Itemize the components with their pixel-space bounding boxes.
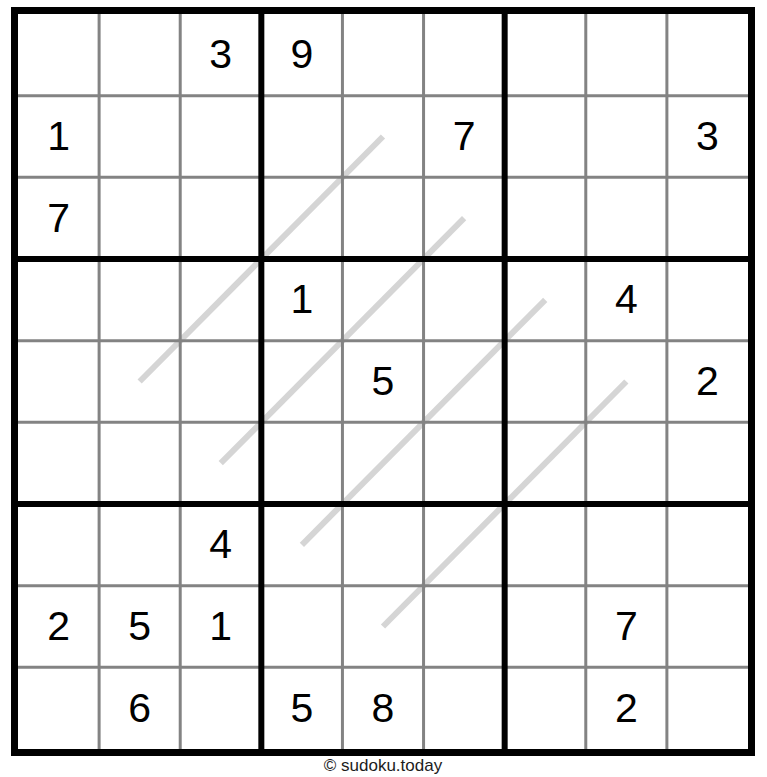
cell-r4c8[interactable]: 4 <box>586 259 667 341</box>
cell-r4c9[interactable] <box>667 259 748 341</box>
cell-r5c9[interactable]: 2 <box>667 341 748 423</box>
cell-r4c6[interactable] <box>424 259 505 341</box>
cell-r7c4[interactable] <box>261 504 342 586</box>
cell-r9c6[interactable] <box>424 667 505 749</box>
cell-r2c1[interactable]: 1 <box>18 96 99 178</box>
cell-r6c4[interactable] <box>261 422 342 504</box>
cell-r6c5[interactable] <box>342 422 423 504</box>
cell-r7c5[interactable] <box>342 504 423 586</box>
cell-r9c5[interactable]: 8 <box>342 667 423 749</box>
cell-r2c4[interactable] <box>261 96 342 178</box>
cell-r3c9[interactable] <box>667 177 748 259</box>
cell-r6c8[interactable] <box>586 422 667 504</box>
cell-r3c5[interactable] <box>342 177 423 259</box>
credit-text: © sudoku.today <box>11 756 755 776</box>
cell-r3c2[interactable] <box>99 177 180 259</box>
cell-r4c1[interactable] <box>18 259 99 341</box>
cell-r3c7[interactable] <box>505 177 586 259</box>
cell-r4c3[interactable] <box>180 259 261 341</box>
cell-r9c9[interactable] <box>667 667 748 749</box>
cell-r6c6[interactable] <box>424 422 505 504</box>
cell-r1c4[interactable]: 9 <box>261 14 342 96</box>
cell-r3c8[interactable] <box>586 177 667 259</box>
cell-r7c1[interactable] <box>18 504 99 586</box>
cell-r8c7[interactable] <box>505 586 586 668</box>
cell-r3c1[interactable]: 7 <box>18 177 99 259</box>
cell-r5c4[interactable] <box>261 341 342 423</box>
cell-r7c6[interactable] <box>424 504 505 586</box>
cell-r3c6[interactable] <box>424 177 505 259</box>
cell-r1c7[interactable] <box>505 14 586 96</box>
cell-r7c8[interactable] <box>586 504 667 586</box>
sudoku-page: 3917371452425176582 © sudoku.today <box>0 0 767 777</box>
cell-r8c6[interactable] <box>424 586 505 668</box>
cell-r5c7[interactable] <box>505 341 586 423</box>
cell-r8c3[interactable]: 1 <box>180 586 261 668</box>
sudoku-board: 3917371452425176582 <box>11 7 755 756</box>
cell-r8c9[interactable] <box>667 586 748 668</box>
cell-r6c2[interactable] <box>99 422 180 504</box>
cell-r1c8[interactable] <box>586 14 667 96</box>
cell-r5c6[interactable] <box>424 341 505 423</box>
cell-r3c4[interactable] <box>261 177 342 259</box>
cell-r7c7[interactable] <box>505 504 586 586</box>
cell-r8c5[interactable] <box>342 586 423 668</box>
cell-r2c2[interactable] <box>99 96 180 178</box>
cell-r6c1[interactable] <box>18 422 99 504</box>
cell-r7c3[interactable]: 4 <box>180 504 261 586</box>
cell-r5c3[interactable] <box>180 341 261 423</box>
sudoku-grid: 3917371452425176582 <box>18 14 748 749</box>
cell-r2c5[interactable] <box>342 96 423 178</box>
cell-r4c4[interactable]: 1 <box>261 259 342 341</box>
cell-r6c3[interactable] <box>180 422 261 504</box>
cell-r1c5[interactable] <box>342 14 423 96</box>
cell-r9c7[interactable] <box>505 667 586 749</box>
cell-r5c5[interactable]: 5 <box>342 341 423 423</box>
cell-r8c2[interactable]: 5 <box>99 586 180 668</box>
cell-r8c1[interactable]: 2 <box>18 586 99 668</box>
cell-r3c3[interactable] <box>180 177 261 259</box>
cell-r2c7[interactable] <box>505 96 586 178</box>
cell-r9c4[interactable]: 5 <box>261 667 342 749</box>
cell-r2c3[interactable] <box>180 96 261 178</box>
cell-r4c7[interactable] <box>505 259 586 341</box>
cell-r1c9[interactable] <box>667 14 748 96</box>
cell-r4c2[interactable] <box>99 259 180 341</box>
cell-r9c3[interactable] <box>180 667 261 749</box>
cell-r7c2[interactable] <box>99 504 180 586</box>
cell-r7c9[interactable] <box>667 504 748 586</box>
cell-r5c2[interactable] <box>99 341 180 423</box>
cell-r2c6[interactable]: 7 <box>424 96 505 178</box>
cell-r9c2[interactable]: 6 <box>99 667 180 749</box>
cell-r6c9[interactable] <box>667 422 748 504</box>
cell-r4c5[interactable] <box>342 259 423 341</box>
cell-r5c8[interactable] <box>586 341 667 423</box>
cell-r1c3[interactable]: 3 <box>180 14 261 96</box>
cell-r9c8[interactable]: 2 <box>586 667 667 749</box>
cell-r1c2[interactable] <box>99 14 180 96</box>
cell-r9c1[interactable] <box>18 667 99 749</box>
cell-r8c8[interactable]: 7 <box>586 586 667 668</box>
cell-r1c1[interactable] <box>18 14 99 96</box>
cell-r6c7[interactable] <box>505 422 586 504</box>
cell-r1c6[interactable] <box>424 14 505 96</box>
cell-r5c1[interactable] <box>18 341 99 423</box>
cell-r8c4[interactable] <box>261 586 342 668</box>
cell-r2c9[interactable]: 3 <box>667 96 748 178</box>
cell-r2c8[interactable] <box>586 96 667 178</box>
